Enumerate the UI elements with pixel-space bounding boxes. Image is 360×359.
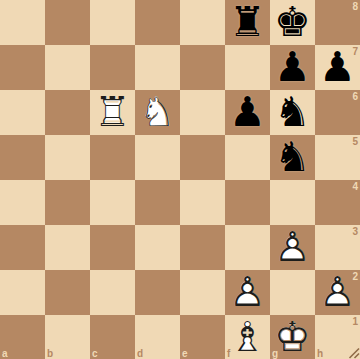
white-knight[interactable]: ♘ bbox=[135, 90, 180, 135]
square-e7[interactable] bbox=[180, 45, 225, 90]
file-label-b: b bbox=[47, 349, 53, 359]
chess-board-container: ♜♚8♟♟7♖♘♟♞6♞54♙3♙♙2abcde♗f♔gh1 bbox=[0, 0, 360, 359]
square-c2[interactable] bbox=[90, 270, 135, 315]
square-f7[interactable] bbox=[225, 45, 270, 90]
rank-label-3: 3 bbox=[352, 227, 358, 237]
white-bishop[interactable]: ♗ bbox=[225, 315, 270, 359]
square-f1[interactable]: ♗f bbox=[225, 315, 270, 359]
square-d7[interactable] bbox=[135, 45, 180, 90]
white-pawn[interactable]: ♙ bbox=[315, 270, 360, 315]
square-d3[interactable] bbox=[135, 225, 180, 270]
square-d5[interactable] bbox=[135, 135, 180, 180]
square-d1[interactable]: d bbox=[135, 315, 180, 359]
square-e5[interactable] bbox=[180, 135, 225, 180]
square-b2[interactable] bbox=[45, 270, 90, 315]
square-f6[interactable]: ♟ bbox=[225, 90, 270, 135]
square-b3[interactable] bbox=[45, 225, 90, 270]
file-label-a: a bbox=[2, 349, 8, 359]
black-pawn[interactable]: ♟ bbox=[315, 45, 360, 90]
white-pawn[interactable]: ♙ bbox=[270, 225, 315, 270]
white-pawn[interactable]: ♙ bbox=[225, 270, 270, 315]
square-a7[interactable] bbox=[0, 45, 45, 90]
black-pawn[interactable]: ♟ bbox=[225, 90, 270, 135]
rank-label-5: 5 bbox=[352, 137, 358, 147]
square-c8[interactable] bbox=[90, 0, 135, 45]
square-e6[interactable] bbox=[180, 90, 225, 135]
chess-board: ♜♚8♟♟7♖♘♟♞6♞54♙3♙♙2abcde♗f♔gh1 bbox=[0, 0, 360, 359]
square-f8[interactable]: ♜ bbox=[225, 0, 270, 45]
square-f4[interactable] bbox=[225, 180, 270, 225]
square-c3[interactable] bbox=[90, 225, 135, 270]
square-f3[interactable] bbox=[225, 225, 270, 270]
square-f2[interactable]: ♙ bbox=[225, 270, 270, 315]
square-a3[interactable] bbox=[0, 225, 45, 270]
square-e4[interactable] bbox=[180, 180, 225, 225]
square-e8[interactable] bbox=[180, 0, 225, 45]
square-a4[interactable] bbox=[0, 180, 45, 225]
square-g8[interactable]: ♚ bbox=[270, 0, 315, 45]
square-b4[interactable] bbox=[45, 180, 90, 225]
square-c5[interactable] bbox=[90, 135, 135, 180]
square-b7[interactable] bbox=[45, 45, 90, 90]
square-b5[interactable] bbox=[45, 135, 90, 180]
square-h6[interactable]: 6 bbox=[315, 90, 360, 135]
square-a1[interactable]: a bbox=[0, 315, 45, 359]
rank-label-8: 8 bbox=[352, 2, 358, 12]
black-knight[interactable]: ♞ bbox=[270, 135, 315, 180]
file-label-d: d bbox=[137, 349, 143, 359]
square-g6[interactable]: ♞ bbox=[270, 90, 315, 135]
square-h7[interactable]: ♟7 bbox=[315, 45, 360, 90]
square-g7[interactable]: ♟ bbox=[270, 45, 315, 90]
square-h2[interactable]: ♙2 bbox=[315, 270, 360, 315]
square-h8[interactable]: 8 bbox=[315, 0, 360, 45]
file-label-e: e bbox=[182, 349, 188, 359]
square-c7[interactable] bbox=[90, 45, 135, 90]
square-e1[interactable]: e bbox=[180, 315, 225, 359]
rank-label-1: 1 bbox=[352, 317, 358, 327]
file-label-c: c bbox=[92, 349, 98, 359]
white-king[interactable]: ♔ bbox=[270, 315, 315, 359]
rank-label-4: 4 bbox=[352, 182, 358, 192]
square-h3[interactable]: 3 bbox=[315, 225, 360, 270]
square-a5[interactable] bbox=[0, 135, 45, 180]
square-d2[interactable] bbox=[135, 270, 180, 315]
square-h4[interactable]: 4 bbox=[315, 180, 360, 225]
square-c4[interactable] bbox=[90, 180, 135, 225]
square-e2[interactable] bbox=[180, 270, 225, 315]
black-pawn[interactable]: ♟ bbox=[270, 45, 315, 90]
square-a2[interactable] bbox=[0, 270, 45, 315]
black-rook[interactable]: ♜ bbox=[225, 0, 270, 45]
square-b6[interactable] bbox=[45, 90, 90, 135]
square-a8[interactable] bbox=[0, 0, 45, 45]
square-b1[interactable]: b bbox=[45, 315, 90, 359]
square-g4[interactable] bbox=[270, 180, 315, 225]
square-g5[interactable]: ♞ bbox=[270, 135, 315, 180]
square-d8[interactable] bbox=[135, 0, 180, 45]
square-d6[interactable]: ♘ bbox=[135, 90, 180, 135]
file-label-h: h bbox=[317, 349, 323, 359]
square-g2[interactable] bbox=[270, 270, 315, 315]
square-c1[interactable]: c bbox=[90, 315, 135, 359]
square-d4[interactable] bbox=[135, 180, 180, 225]
rank-label-6: 6 bbox=[352, 92, 358, 102]
square-a6[interactable] bbox=[0, 90, 45, 135]
square-c6[interactable]: ♖ bbox=[90, 90, 135, 135]
resize-handle-icon[interactable] bbox=[347, 346, 360, 359]
white-rook[interactable]: ♖ bbox=[90, 90, 135, 135]
square-g3[interactable]: ♙ bbox=[270, 225, 315, 270]
square-b8[interactable] bbox=[45, 0, 90, 45]
square-f5[interactable] bbox=[225, 135, 270, 180]
square-e3[interactable] bbox=[180, 225, 225, 270]
black-knight[interactable]: ♞ bbox=[270, 90, 315, 135]
square-h5[interactable]: 5 bbox=[315, 135, 360, 180]
square-g1[interactable]: ♔g bbox=[270, 315, 315, 359]
black-king[interactable]: ♚ bbox=[270, 0, 315, 45]
